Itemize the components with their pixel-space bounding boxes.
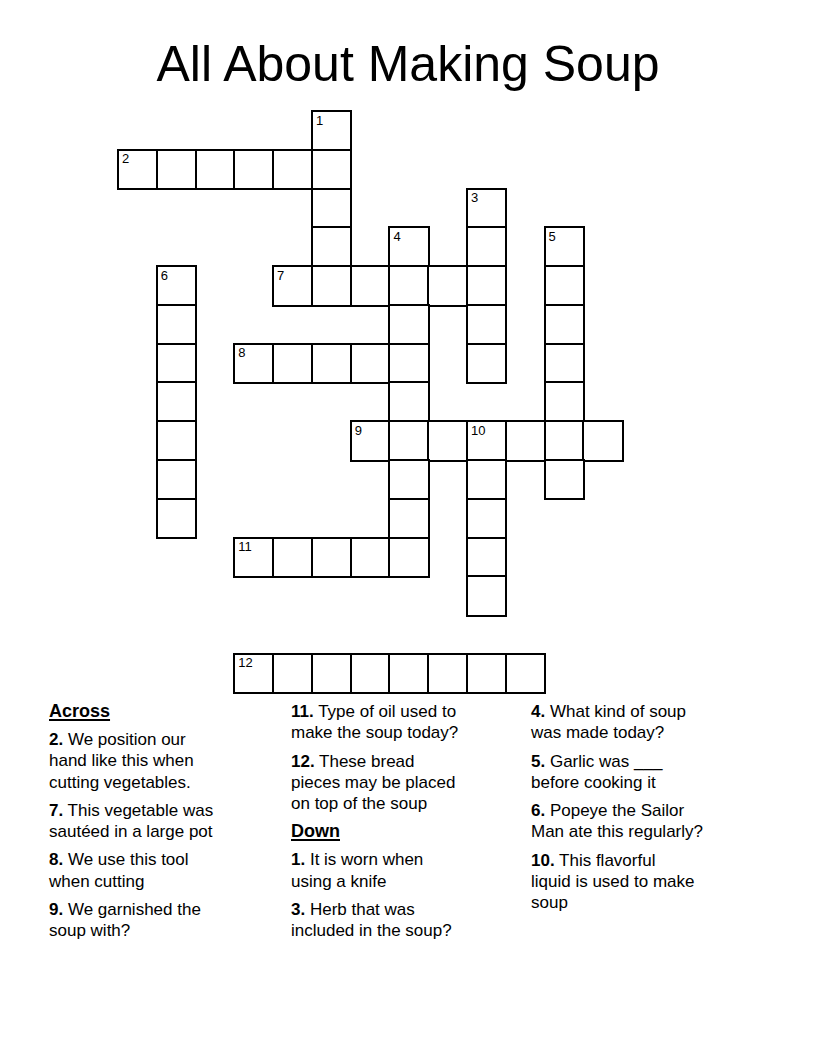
cell-r6c4[interactable] <box>272 343 313 384</box>
cell-r7c11[interactable] <box>544 381 585 422</box>
clue-down-10: 10. This flavorful liquid is used to mak… <box>531 850 771 914</box>
clue-across-8: 8. We use this tool when cutting <box>49 849 289 892</box>
across-header: Across <box>49 701 289 722</box>
clue-down-6: 6. Popeye the Sailor Man ate this regula… <box>531 800 771 843</box>
cell-r9c11[interactable] <box>544 459 585 500</box>
cell-r1c2[interactable] <box>195 149 236 190</box>
cell-r6c5[interactable] <box>311 343 352 384</box>
cell-r1c4[interactable] <box>272 149 313 190</box>
clue-down-5: 5. Garlic was ___ before cooking it <box>531 751 771 794</box>
cell-r3c7[interactable]: 4 <box>388 226 429 267</box>
cell-r5c11[interactable] <box>544 304 585 345</box>
cell-r2c9[interactable]: 3 <box>466 188 507 229</box>
cell-r6c3[interactable]: 8 <box>233 343 274 384</box>
clue-text: These bread pieces may be placed on top … <box>291 752 455 814</box>
cell-r10c9[interactable] <box>466 498 507 539</box>
cell-r5c7[interactable] <box>388 304 429 345</box>
cell-r9c7[interactable] <box>388 459 429 500</box>
clue-number: 1 <box>316 113 323 128</box>
cell-r11c5[interactable] <box>311 537 352 578</box>
cell-r8c10[interactable] <box>505 420 546 461</box>
cell-r14c10[interactable] <box>505 653 546 694</box>
cell-r5c1[interactable] <box>156 304 197 345</box>
clue-number-label: 10. <box>531 851 555 870</box>
cell-r4c8[interactable] <box>427 265 468 306</box>
cell-r5c9[interactable] <box>466 304 507 345</box>
cell-r11c7[interactable] <box>388 537 429 578</box>
clue-number: 9 <box>355 423 362 438</box>
cell-r14c5[interactable] <box>311 653 352 694</box>
cell-r8c6[interactable]: 9 <box>350 420 391 461</box>
clue-number: 6 <box>161 268 168 283</box>
clue-number: 2 <box>122 151 129 166</box>
clue-number-label: 9. <box>49 900 63 919</box>
cell-r4c11[interactable] <box>544 265 585 306</box>
clue-column-2: 11. Type of oil used to make the soup to… <box>291 701 531 949</box>
clue-text: This vegetable was sautéed in a large po… <box>49 801 213 841</box>
cell-r4c5[interactable] <box>311 265 352 306</box>
cell-r11c4[interactable] <box>272 537 313 578</box>
clue-number-label: 4. <box>531 702 545 721</box>
cell-r12c9[interactable] <box>466 575 507 616</box>
cell-r0c5[interactable]: 1 <box>311 110 352 151</box>
clue-down-4: 4. What kind of soup was made today? <box>531 701 771 744</box>
cell-r4c1[interactable]: 6 <box>156 265 197 306</box>
clue-number: 10 <box>471 423 485 438</box>
clue-column-1: Across 2. We position our hand like this… <box>49 701 289 949</box>
clue-across-7: 7. This vegetable was sautéed in a large… <box>49 800 289 843</box>
clue-text: What kind of soup was made today? <box>531 702 686 742</box>
cell-r14c9[interactable] <box>466 653 507 694</box>
cell-r9c1[interactable] <box>156 459 197 500</box>
clue-number-label: 8. <box>49 850 63 869</box>
cell-r11c3[interactable]: 11 <box>233 537 274 578</box>
cell-r9c9[interactable] <box>466 459 507 500</box>
cell-r6c6[interactable] <box>350 343 391 384</box>
cell-r1c5[interactable] <box>311 149 352 190</box>
down-header: Down <box>291 821 531 842</box>
clue-number-label: 12. <box>291 752 315 771</box>
cell-r8c12[interactable] <box>582 420 623 461</box>
clue-number: 3 <box>471 190 478 205</box>
clue-text: It is worn when using a knife <box>291 850 423 890</box>
cell-r7c1[interactable] <box>156 381 197 422</box>
clue-text: Type of oil used to make the soup today? <box>291 702 458 742</box>
cell-r1c0[interactable]: 2 <box>117 149 158 190</box>
cell-r6c11[interactable] <box>544 343 585 384</box>
clue-text: We use this tool when cutting <box>49 850 189 890</box>
clue-across-2: 2. We position our hand like this when c… <box>49 729 289 793</box>
cell-r10c7[interactable] <box>388 498 429 539</box>
cell-r4c7[interactable] <box>388 265 429 306</box>
cell-r14c6[interactable] <box>350 653 391 694</box>
clue-column-3: 4. What kind of soup was made today? 5. … <box>531 701 771 921</box>
clue-number: 7 <box>277 268 284 283</box>
puzzle-title: All About Making Soup <box>0 36 816 92</box>
clue-number: 4 <box>393 229 400 244</box>
cell-r11c6[interactable] <box>350 537 391 578</box>
clue-text: Garlic was ___ before cooking it <box>531 752 662 792</box>
clue-text: We position our hand like this when cutt… <box>49 730 194 792</box>
clue-number: 11 <box>238 539 252 554</box>
cell-r11c9[interactable] <box>466 537 507 578</box>
clue-across-9: 9. We garnished the soup with? <box>49 899 289 942</box>
clue-text: Popeye the Sailor Man ate this regularly… <box>531 801 703 841</box>
clue-number-label: 2. <box>49 730 63 749</box>
clue-number-label: 5. <box>531 752 545 771</box>
cell-r8c8[interactable] <box>427 420 468 461</box>
clue-number-label: 11. <box>291 702 314 721</box>
clue-down-1: 1. It is worn when using a knife <box>291 849 531 892</box>
cell-r4c6[interactable] <box>350 265 391 306</box>
clue-text: This flavorful liquid is used to make so… <box>531 851 694 913</box>
cell-r4c4[interactable]: 7 <box>272 265 313 306</box>
cell-r4c9[interactable] <box>466 265 507 306</box>
cell-r1c1[interactable] <box>156 149 197 190</box>
clue-text: Herb that was included in the soup? <box>291 900 452 940</box>
clue-number: 8 <box>238 345 245 360</box>
cell-r14c7[interactable] <box>388 653 429 694</box>
cell-r7c7[interactable] <box>388 381 429 422</box>
cell-r8c9[interactable]: 10 <box>466 420 507 461</box>
cell-r14c3[interactable]: 12 <box>233 653 274 694</box>
clue-number: 12 <box>238 655 252 670</box>
cell-r8c1[interactable] <box>156 420 197 461</box>
clue-text: We garnished the soup with? <box>49 900 201 940</box>
crossword-grid: 123456789101112 <box>117 110 624 694</box>
clue-number-label: 7. <box>49 801 63 820</box>
clue-number-label: 6. <box>531 801 545 820</box>
cell-r6c1[interactable] <box>156 343 197 384</box>
cell-r10c1[interactable] <box>156 498 197 539</box>
cell-r6c7[interactable] <box>388 343 429 384</box>
cell-r14c8[interactable] <box>427 653 468 694</box>
cell-r2c5[interactable] <box>311 188 352 229</box>
cell-r8c11[interactable] <box>544 420 585 461</box>
cell-r6c9[interactable] <box>466 343 507 384</box>
cell-r8c7[interactable] <box>388 420 429 461</box>
clue-across-11: 11. Type of oil used to make the soup to… <box>291 701 531 744</box>
clue-number-label: 1. <box>291 850 305 869</box>
cell-r14c4[interactable] <box>272 653 313 694</box>
clue-number-label: 3. <box>291 900 305 919</box>
clue-across-12: 12. These bread pieces may be placed on … <box>291 751 531 815</box>
clue-number: 5 <box>549 229 556 244</box>
cell-r1c3[interactable] <box>233 149 274 190</box>
cell-r3c5[interactable] <box>311 226 352 267</box>
cell-r3c9[interactable] <box>466 226 507 267</box>
cell-r3c11[interactable]: 5 <box>544 226 585 267</box>
clue-down-3: 3. Herb that was included in the soup? <box>291 899 531 942</box>
